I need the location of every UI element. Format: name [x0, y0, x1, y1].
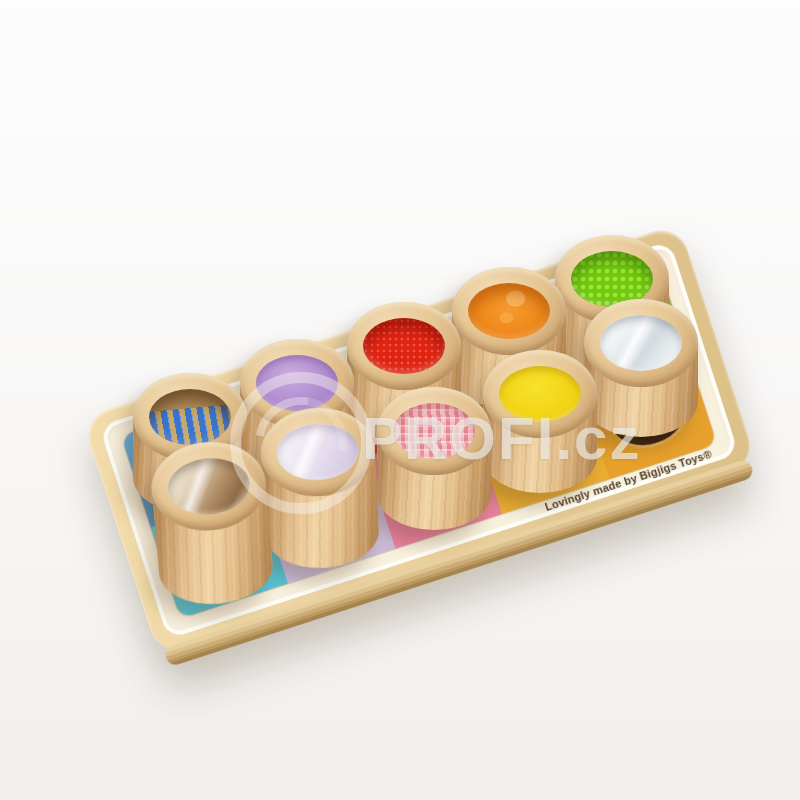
cylinder-wood-rim — [584, 299, 698, 387]
product-photo-scene: Lovingly made by Bigjigs Toys® PROFI.cz — [0, 0, 800, 800]
cylinder-yellow-felt[interactable] — [483, 350, 597, 560]
cylinder-wood-rim — [377, 387, 491, 475]
pieces-layer — [0, 0, 800, 800]
cylinder-top-clear-lens — [165, 455, 252, 518]
cylinder-top-red-mesh — [363, 318, 445, 374]
cylinder-top-orange-bumps — [468, 283, 550, 339]
cylinder-top-frosted-lens — [275, 422, 360, 482]
cylinder-pink-waves[interactable] — [377, 387, 491, 597]
cylinder-mirror[interactable] — [584, 299, 698, 509]
cylinder-top-yellow-felt — [499, 366, 581, 422]
cylinder-wood-rim — [483, 350, 597, 438]
cylinder-wood-rim — [452, 267, 566, 355]
cylinder-top-purple-felt — [256, 355, 338, 411]
cylinder-clear-lens[interactable] — [148, 437, 280, 656]
cylinder-top-blue-ridges — [149, 389, 231, 445]
cylinder-wood-rim — [347, 302, 461, 390]
cylinder-top-pink-waves — [393, 403, 475, 459]
cylinder-frosted-lens[interactable] — [259, 405, 384, 621]
cylinder-top-mirror — [600, 315, 682, 371]
